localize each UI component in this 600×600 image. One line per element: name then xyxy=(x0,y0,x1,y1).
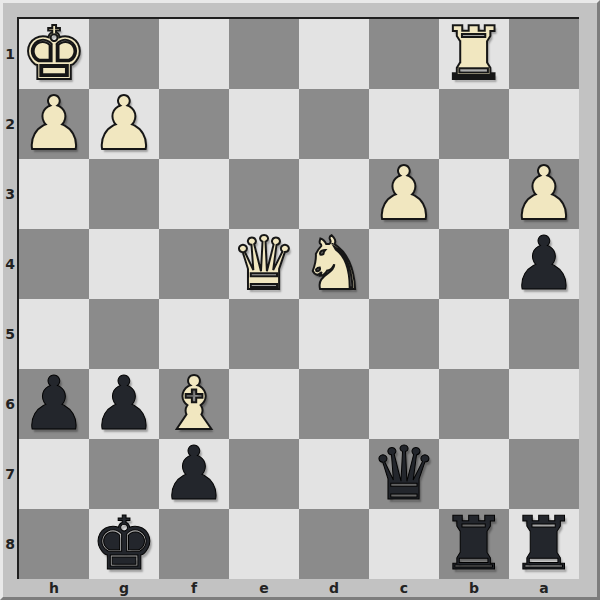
square-c5[interactable] xyxy=(369,299,439,369)
square-h7[interactable] xyxy=(19,439,89,509)
board-outline: ♚♜♟♟♟♟♛♞♟♟♟♝♟♛♚♜♜ xyxy=(17,17,579,579)
square-e4[interactable]: ♛ xyxy=(229,229,299,299)
square-g2[interactable]: ♟ xyxy=(89,89,159,159)
square-a8[interactable]: ♜ xyxy=(509,509,579,579)
square-c4[interactable] xyxy=(369,229,439,299)
square-c6[interactable] xyxy=(369,369,439,439)
square-d8[interactable] xyxy=(299,509,369,579)
square-e8[interactable] xyxy=(229,509,299,579)
square-h5[interactable] xyxy=(19,299,89,369)
square-f3[interactable] xyxy=(159,159,229,229)
white-knight-icon: ♞ xyxy=(299,229,369,299)
square-a2[interactable] xyxy=(509,89,579,159)
square-b1[interactable]: ♜ xyxy=(439,19,509,89)
square-e5[interactable] xyxy=(229,299,299,369)
square-h2[interactable]: ♟ xyxy=(19,89,89,159)
rank-label-3: 3 xyxy=(3,159,17,229)
square-f5[interactable] xyxy=(159,299,229,369)
square-f1[interactable] xyxy=(159,19,229,89)
square-e6[interactable] xyxy=(229,369,299,439)
square-f4[interactable] xyxy=(159,229,229,299)
rank-label-6: 6 xyxy=(3,369,17,439)
white-pawn-icon: ♟ xyxy=(509,159,579,229)
black-pawn-icon: ♟ xyxy=(19,369,89,439)
square-b2[interactable] xyxy=(439,89,509,159)
rank-label-2: 2 xyxy=(3,89,17,159)
square-c1[interactable] xyxy=(369,19,439,89)
square-c3[interactable]: ♟ xyxy=(369,159,439,229)
square-b7[interactable] xyxy=(439,439,509,509)
square-f8[interactable] xyxy=(159,509,229,579)
chess-board-frame: 12345678 hgfedcba ♚♜♟♟♟♟♛♞♟♟♟♝♟♛♚♜♜ xyxy=(0,0,600,600)
white-pawn-icon: ♟ xyxy=(89,89,159,159)
square-f6[interactable]: ♝ xyxy=(159,369,229,439)
square-h8[interactable] xyxy=(19,509,89,579)
square-d6[interactable] xyxy=(299,369,369,439)
square-g3[interactable] xyxy=(89,159,159,229)
square-g5[interactable] xyxy=(89,299,159,369)
black-rook-icon: ♜ xyxy=(509,509,579,579)
square-b6[interactable] xyxy=(439,369,509,439)
square-g7[interactable] xyxy=(89,439,159,509)
file-label-e: e xyxy=(229,579,299,597)
square-e2[interactable] xyxy=(229,89,299,159)
square-g8[interactable]: ♚ xyxy=(89,509,159,579)
black-king-icon: ♚ xyxy=(89,509,159,579)
square-c2[interactable] xyxy=(369,89,439,159)
square-e3[interactable] xyxy=(229,159,299,229)
rank-label-5: 5 xyxy=(3,299,17,369)
square-d1[interactable] xyxy=(299,19,369,89)
white-pawn-icon: ♟ xyxy=(369,159,439,229)
square-b5[interactable] xyxy=(439,299,509,369)
black-queen-icon: ♛ xyxy=(369,439,439,509)
square-a4[interactable]: ♟ xyxy=(509,229,579,299)
square-e7[interactable] xyxy=(229,439,299,509)
square-h4[interactable] xyxy=(19,229,89,299)
square-g4[interactable] xyxy=(89,229,159,299)
square-a5[interactable] xyxy=(509,299,579,369)
rank-label-7: 7 xyxy=(3,439,17,509)
square-c7[interactable]: ♛ xyxy=(369,439,439,509)
rank-labels: 12345678 xyxy=(3,19,17,579)
square-d3[interactable] xyxy=(299,159,369,229)
rank-label-1: 1 xyxy=(3,19,17,89)
square-h3[interactable] xyxy=(19,159,89,229)
square-b4[interactable] xyxy=(439,229,509,299)
white-rook-icon: ♜ xyxy=(439,19,509,89)
black-pawn-icon: ♟ xyxy=(89,369,159,439)
square-d4[interactable]: ♞ xyxy=(299,229,369,299)
chess-board: ♚♜♟♟♟♟♛♞♟♟♟♝♟♛♚♜♜ xyxy=(19,19,579,579)
white-pawn-icon: ♟ xyxy=(19,89,89,159)
white-bishop-icon: ♝ xyxy=(159,369,229,439)
square-a6[interactable] xyxy=(509,369,579,439)
rank-label-8: 8 xyxy=(3,509,17,579)
white-queen-icon: ♛ xyxy=(229,229,299,299)
square-h6[interactable]: ♟ xyxy=(19,369,89,439)
file-label-h: h xyxy=(19,579,89,597)
square-a3[interactable]: ♟ xyxy=(509,159,579,229)
square-b8[interactable]: ♜ xyxy=(439,509,509,579)
square-c8[interactable] xyxy=(369,509,439,579)
white-king-icon: ♚ xyxy=(19,19,89,89)
square-h1[interactable]: ♚ xyxy=(19,19,89,89)
square-f7[interactable]: ♟ xyxy=(159,439,229,509)
square-f2[interactable] xyxy=(159,89,229,159)
square-g1[interactable] xyxy=(89,19,159,89)
rank-label-4: 4 xyxy=(3,229,17,299)
square-e1[interactable] xyxy=(229,19,299,89)
black-rook-icon: ♜ xyxy=(439,509,509,579)
square-d5[interactable] xyxy=(299,299,369,369)
square-d2[interactable] xyxy=(299,89,369,159)
file-label-f: f xyxy=(159,579,229,597)
square-d7[interactable] xyxy=(299,439,369,509)
square-a1[interactable] xyxy=(509,19,579,89)
black-pawn-icon: ♟ xyxy=(509,229,579,299)
file-label-c: c xyxy=(369,579,439,597)
black-pawn-icon: ♟ xyxy=(159,439,229,509)
square-b3[interactable] xyxy=(439,159,509,229)
square-a7[interactable] xyxy=(509,439,579,509)
square-g6[interactable]: ♟ xyxy=(89,369,159,439)
file-label-d: d xyxy=(299,579,369,597)
